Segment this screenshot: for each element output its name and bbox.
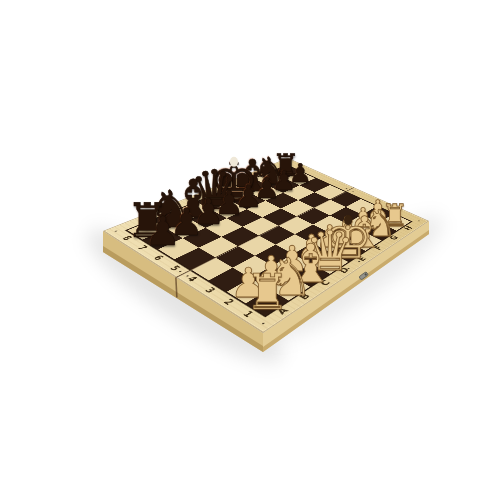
- piece-black-pawn-a7[interactable]: ♟: [145, 212, 181, 252]
- chess-piece-glyph: ♜: [245, 268, 289, 318]
- chess-piece-glyph: ♟: [145, 212, 181, 252]
- piece-white-rook-a1[interactable]: ♜: [245, 268, 289, 318]
- pieces-layer: ♜♟♞♟♝♟♚♟♛♟♝♟♟♞♜♟♟♜♞♟♟♝♟♚♟♛♟♝♟♞♟♜: [0, 0, 500, 500]
- chess-set-photo: ABCDEFGH12345678 ♜♟♞♟♝♟♚♟♛♟♝♟♟♞♜♟♟♜♞♟♟♝♟…: [0, 0, 500, 500]
